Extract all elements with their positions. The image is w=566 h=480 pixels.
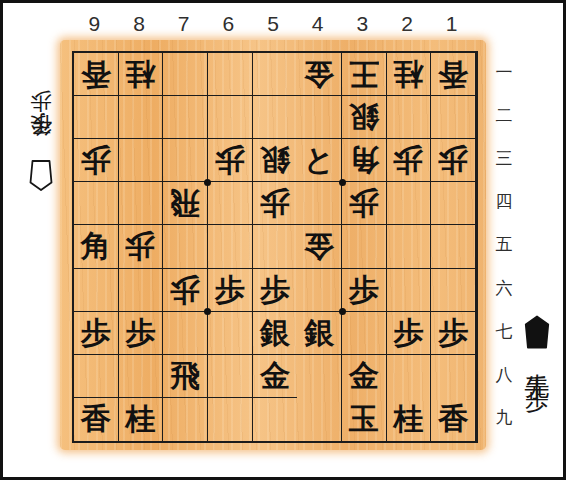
square-38[interactable]: 金 xyxy=(342,355,387,398)
sente-king-piece: 玉 xyxy=(349,404,379,434)
square-88[interactable] xyxy=(119,355,164,398)
sente-pawn-piece: 歩 xyxy=(260,275,290,305)
sente-tokin-piece: と xyxy=(304,145,335,175)
sente-label: 先手 xyxy=(525,353,550,357)
file-label-1: 1 xyxy=(429,10,474,38)
square-32[interactable]: 銀 xyxy=(342,96,387,139)
square-17[interactable]: 歩 xyxy=(431,312,476,355)
sente-hand: 先手 歩 xyxy=(519,315,555,369)
square-97[interactable]: 歩 xyxy=(74,312,119,355)
sente-pawn-piece: 歩 xyxy=(438,318,468,348)
gote-label: 後手 xyxy=(30,151,52,155)
sente-knight-piece: 桂 xyxy=(393,404,423,434)
square-79[interactable] xyxy=(163,398,208,441)
square-91[interactable]: 香 xyxy=(74,53,119,96)
square-27[interactable]: 歩 xyxy=(387,312,432,355)
square-55[interactable] xyxy=(253,225,298,268)
square-67[interactable] xyxy=(208,312,253,355)
gote-piece-marker-icon xyxy=(28,160,54,191)
gote-pawn-piece: 歩 xyxy=(260,188,290,218)
square-22[interactable] xyxy=(387,96,432,139)
star-point xyxy=(339,308,346,315)
rank-label-3: 三 xyxy=(491,137,517,180)
file-label-2: 2 xyxy=(385,10,430,38)
board-grid: 香桂金王桂香銀歩歩銀と角歩歩飛歩歩角歩金歩歩歩歩歩歩銀銀歩歩飛金金香桂玉桂香 xyxy=(72,51,478,443)
file-labels: 987654321 xyxy=(72,10,474,38)
sente-piece-marker-icon xyxy=(523,315,551,349)
square-54[interactable]: 歩 xyxy=(253,182,298,225)
gote-pawn-piece: 歩 xyxy=(349,188,379,218)
square-52[interactable] xyxy=(253,96,298,139)
gote-pawn-piece: 歩 xyxy=(215,145,245,175)
sente-lance-piece: 香 xyxy=(438,404,468,434)
square-78[interactable]: 飛 xyxy=(163,355,208,398)
square-41[interactable]: 金 xyxy=(297,53,342,96)
gote-hand: 後手 歩 xyxy=(17,53,65,191)
square-66[interactable]: 歩 xyxy=(208,269,253,312)
gote-silver-piece: 銀 xyxy=(349,102,379,132)
gote-lance-piece: 香 xyxy=(438,59,468,89)
square-99[interactable]: 香 xyxy=(74,398,119,441)
rank-label-6: 六 xyxy=(491,267,517,310)
shogi-board: 香桂金王桂香銀歩歩銀と角歩歩飛歩歩角歩金歩歩歩歩歩歩銀銀歩歩飛金金香桂玉桂香 xyxy=(60,40,486,450)
square-44[interactable] xyxy=(297,182,342,225)
square-69[interactable] xyxy=(208,398,253,441)
rank-label-4: 四 xyxy=(491,180,517,223)
square-21[interactable]: 桂 xyxy=(387,53,432,96)
gote-king-piece: 王 xyxy=(349,59,379,89)
rank-label-9: 九 xyxy=(491,396,517,439)
rank-label-7: 七 xyxy=(491,310,517,353)
square-82[interactable] xyxy=(119,96,164,139)
square-57[interactable]: 銀 xyxy=(253,312,298,355)
sente-pawn-piece: 歩 xyxy=(81,318,111,348)
square-94[interactable] xyxy=(74,182,119,225)
square-48[interactable] xyxy=(297,355,342,398)
square-75[interactable] xyxy=(163,225,208,268)
shogi-diagram: 987654321 香桂金王桂香銀歩歩銀と角歩歩飛歩歩角歩金歩歩歩歩歩歩銀銀歩歩… xyxy=(0,0,566,480)
square-25[interactable] xyxy=(387,225,432,268)
square-43[interactable]: と xyxy=(297,139,342,182)
square-64[interactable] xyxy=(208,182,253,225)
square-81[interactable]: 桂 xyxy=(119,53,164,96)
square-59[interactable] xyxy=(253,398,298,441)
square-47[interactable]: 銀 xyxy=(297,312,342,355)
sente-rook-piece: 飛 xyxy=(170,361,200,391)
sente-knight-piece: 桂 xyxy=(125,404,155,434)
file-label-9: 9 xyxy=(72,10,117,38)
gote-gold-piece: 金 xyxy=(304,59,334,89)
square-15[interactable] xyxy=(431,225,476,268)
square-28[interactable] xyxy=(387,355,432,398)
rank-label-2: 二 xyxy=(491,94,517,137)
gote-knight-piece: 桂 xyxy=(393,59,423,89)
square-68[interactable] xyxy=(208,355,253,398)
file-label-4: 4 xyxy=(295,10,340,38)
square-77[interactable] xyxy=(163,312,208,355)
rank-labels: 一二三四五六七八九 xyxy=(491,51,517,439)
sente-silver-piece: 銀 xyxy=(260,318,290,348)
square-76[interactable]: 歩 xyxy=(163,269,208,312)
file-label-5: 5 xyxy=(251,10,296,38)
square-65[interactable] xyxy=(208,225,253,268)
star-point xyxy=(339,179,346,186)
gote-pawn-piece: 歩 xyxy=(393,145,423,175)
square-37[interactable] xyxy=(342,312,387,355)
gote-rook-piece: 飛 xyxy=(170,188,200,218)
square-62[interactable] xyxy=(208,96,253,139)
square-98[interactable] xyxy=(74,355,119,398)
sente-pawn-piece: 歩 xyxy=(393,318,423,348)
gote-pawn-piece: 歩 xyxy=(81,145,111,175)
sente-pawn-piece: 歩 xyxy=(349,275,379,305)
square-51[interactable] xyxy=(253,53,298,96)
square-34[interactable]: 歩 xyxy=(342,182,387,225)
gote-silver-piece: 銀 xyxy=(260,145,290,175)
file-label-6: 6 xyxy=(206,10,251,38)
square-53[interactable]: 銀 xyxy=(253,139,298,182)
square-84[interactable] xyxy=(119,182,164,225)
square-26[interactable] xyxy=(387,269,432,312)
square-29[interactable]: 桂 xyxy=(387,398,432,441)
gote-pawn-piece: 歩 xyxy=(170,275,200,305)
square-11[interactable]: 香 xyxy=(431,53,476,96)
file-label-7: 7 xyxy=(161,10,206,38)
file-label-8: 8 xyxy=(117,10,162,38)
square-61[interactable] xyxy=(208,53,253,96)
square-18[interactable] xyxy=(431,355,476,398)
sente-silver-piece: 銀 xyxy=(304,318,334,348)
square-13[interactable]: 歩 xyxy=(431,139,476,182)
gote-pawn-piece: 歩 xyxy=(438,145,468,175)
rank-label-1: 一 xyxy=(491,51,517,94)
square-95[interactable]: 角 xyxy=(74,225,119,268)
sente-pawn-piece: 歩 xyxy=(215,275,245,305)
square-73[interactable] xyxy=(163,139,208,182)
square-92[interactable] xyxy=(74,96,119,139)
square-14[interactable] xyxy=(431,182,476,225)
square-49[interactable] xyxy=(297,398,342,441)
square-63[interactable]: 歩 xyxy=(208,139,253,182)
square-87[interactable]: 歩 xyxy=(119,312,164,355)
gote-lance-piece: 香 xyxy=(81,59,111,89)
square-89[interactable]: 桂 xyxy=(119,398,164,441)
square-85[interactable]: 歩 xyxy=(119,225,164,268)
square-45[interactable]: 金 xyxy=(297,225,342,268)
square-93[interactable]: 歩 xyxy=(74,139,119,182)
square-23[interactable]: 歩 xyxy=(387,139,432,182)
square-96[interactable] xyxy=(74,269,119,312)
square-56[interactable]: 歩 xyxy=(253,269,298,312)
square-86[interactable] xyxy=(119,269,164,312)
square-58[interactable]: 金 xyxy=(253,355,298,398)
square-42[interactable] xyxy=(297,96,342,139)
file-label-3: 3 xyxy=(340,10,385,38)
sente-pawn-piece: 歩 xyxy=(125,318,155,348)
square-33[interactable]: 角 xyxy=(342,139,387,182)
square-19[interactable]: 香 xyxy=(431,398,476,441)
square-36[interactable]: 歩 xyxy=(342,269,387,312)
square-39[interactable]: 玉 xyxy=(342,398,387,441)
square-16[interactable] xyxy=(431,269,476,312)
square-31[interactable]: 王 xyxy=(342,53,387,96)
square-46[interactable] xyxy=(297,269,342,312)
square-12[interactable] xyxy=(431,96,476,139)
sente-lance-piece: 香 xyxy=(81,404,111,434)
square-72[interactable] xyxy=(163,96,208,139)
square-35[interactable] xyxy=(342,225,387,268)
rank-label-8: 八 xyxy=(491,353,517,396)
gote-gold-piece: 金 xyxy=(304,231,334,261)
sente-bishop-piece: 角 xyxy=(81,231,111,261)
square-24[interactable] xyxy=(387,182,432,225)
gote-pawn-piece: 歩 xyxy=(125,231,155,261)
sente-gold-piece: 金 xyxy=(349,361,379,391)
gote-knight-piece: 桂 xyxy=(125,59,155,89)
square-71[interactable] xyxy=(163,53,208,96)
square-74[interactable]: 飛 xyxy=(163,182,208,225)
sente-gold-piece: 金 xyxy=(260,361,290,391)
gote-bishop-piece: 角 xyxy=(349,145,379,175)
square-83[interactable] xyxy=(119,139,164,182)
rank-label-5: 五 xyxy=(491,223,517,266)
